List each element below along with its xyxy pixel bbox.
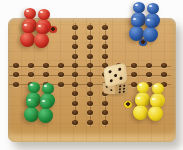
peg-head [133,2,145,13]
grid-cell [38,70,53,79]
board-hole[interactable] [87,35,93,40]
board-hole[interactable] [72,54,78,59]
board-hole[interactable] [102,54,108,59]
peg-body [148,106,163,121]
grid-cell [53,51,68,60]
die-pip [110,79,113,83]
board-hole[interactable] [72,82,78,87]
board-hole[interactable] [72,120,78,125]
blue-peg[interactable] [129,16,144,41]
grid-cell [53,42,68,51]
grid-cell [24,61,39,70]
grid-cell [156,70,171,79]
grid-cell [9,99,24,108]
grid-cell [83,70,98,79]
board-hole[interactable] [72,110,78,115]
grid-cell [24,70,39,79]
peg-head [42,83,54,94]
grid-cell [53,89,68,98]
peg-head [150,96,162,107]
board-hole[interactable] [28,72,34,77]
grid-cell [53,99,68,108]
grid-cell [9,89,24,98]
board-hole[interactable] [87,44,93,49]
grid-cell [83,32,98,41]
peg-body [129,26,144,41]
board-hole[interactable] [87,54,93,59]
die-pip [108,70,111,74]
grid-cell [38,51,53,60]
peg-body [34,33,49,48]
grid-cell [53,61,68,70]
green-peg[interactable] [24,97,39,122]
board-hole[interactable] [161,72,167,77]
grid-cell [68,89,83,98]
grid-cell [83,23,98,32]
board-hole[interactable] [43,72,49,77]
grid-cell [38,61,53,70]
board-hole[interactable] [131,72,137,77]
grid-cell [112,108,127,117]
board-hole[interactable] [102,35,108,40]
peg-body [143,27,158,42]
grid-cell [156,51,171,60]
board-hole[interactable] [87,110,93,115]
grid-cell [112,42,127,51]
peg-head [22,22,34,33]
grid-cell [97,32,112,41]
grid-cell [83,51,98,60]
board-hole[interactable] [72,101,78,106]
photo-canvas [0,0,183,150]
die-pip [114,73,117,77]
yellow-peg[interactable] [133,95,148,120]
die-pip [119,76,122,80]
board-hole[interactable] [58,63,64,68]
grid-cell [142,70,157,79]
board-hole[interactable] [72,44,78,49]
board-hole[interactable] [72,63,78,68]
peg-head [38,9,50,20]
die-pip [118,91,120,93]
red-peg[interactable] [20,22,35,47]
board-hole[interactable] [87,72,93,77]
yellow-peg[interactable] [148,96,163,121]
die-pip [111,90,113,92]
grid-cell [83,118,98,127]
board-hole[interactable] [146,63,152,68]
board-hole[interactable] [87,101,93,106]
board-hole[interactable] [13,72,19,77]
board-hole[interactable] [28,63,34,68]
grid-cell [68,99,83,108]
grid-cell [97,42,112,51]
grid-cell [156,32,171,41]
grid-cell [53,118,68,127]
grid-cell [83,61,98,70]
grid-cell [68,42,83,51]
grid-cell [9,51,24,60]
grid-cell [83,89,98,98]
die-pip [123,90,125,92]
peg-head [137,82,149,93]
grid-cell [53,70,68,79]
blue-peg[interactable] [143,17,158,42]
grid-cell [68,51,83,60]
green-peg[interactable] [38,98,53,123]
grid-cell [53,80,68,89]
grid-cell [112,32,127,41]
board-hole[interactable] [58,82,64,87]
peg-head [24,8,36,19]
board-hole[interactable] [102,120,108,125]
die-pip [123,88,125,90]
grid-cell [9,108,24,117]
wooden-die[interactable] [101,64,131,97]
grid-cell [97,51,112,60]
board-hole[interactable] [87,63,93,68]
peg-head [135,95,147,106]
board-hole[interactable] [87,91,93,96]
grid-cell [112,51,127,60]
grid-cell [112,118,127,127]
grid-cell [9,80,24,89]
grid-cell [68,80,83,89]
grid-cell [97,118,112,127]
board-hole[interactable] [72,35,78,40]
peg-body [24,107,39,122]
peg-head [152,83,164,94]
peg-head [131,16,143,27]
board-hole[interactable] [58,72,64,77]
grid-cell [53,108,68,117]
grid-cell [9,61,24,70]
board-hole[interactable] [87,120,93,125]
grid-cell [83,42,98,51]
peg-head [147,3,159,14]
grid-cell [97,99,112,108]
grid-cell [68,23,83,32]
peg-body [38,108,53,123]
board-hole[interactable] [72,72,78,77]
grid-cell [83,80,98,89]
grid-cell [97,108,112,117]
board-hole[interactable] [87,25,93,30]
grid-cell [142,61,157,70]
die-side-face [116,83,129,95]
board-hole[interactable] [102,110,108,115]
grid-cell [9,118,24,127]
grid-cell [53,32,68,41]
grid-cell [156,42,171,51]
grid-cell [68,61,83,70]
grid-cell [127,51,142,60]
board-hole[interactable] [87,82,93,87]
die-pip [118,88,120,90]
peg-head [36,23,48,34]
board-hole[interactable] [72,25,78,30]
grid-cell [68,108,83,117]
start-hole-yellow[interactable] [124,101,132,108]
board-hole[interactable] [13,63,19,68]
grid-cell [83,108,98,117]
board-hole[interactable] [13,82,19,87]
board-hole[interactable] [102,25,108,30]
grid-cell [112,23,127,32]
board-hole[interactable] [72,91,78,96]
grid-cell [156,61,171,70]
peg-head [26,97,38,108]
board-hole[interactable] [102,101,108,106]
peg-body [133,105,148,120]
grid-cell [68,118,83,127]
grid-cell [68,32,83,41]
board-hole[interactable] [43,63,49,68]
peg-head [28,82,40,93]
grid-cell [83,99,98,108]
peg-body [20,32,35,47]
board-hole[interactable] [146,72,152,77]
peg-head [40,98,52,109]
grid-cell [97,23,112,32]
board-hole[interactable] [131,63,137,68]
grid-cell [142,51,157,60]
board-hole[interactable] [161,63,167,68]
grid-cell [24,51,39,60]
grid-cell [9,70,24,79]
die-pip [118,68,121,72]
red-peg[interactable] [34,23,49,48]
peg-head [145,17,157,28]
board-hole[interactable] [102,44,108,49]
grid-cell [68,70,83,79]
